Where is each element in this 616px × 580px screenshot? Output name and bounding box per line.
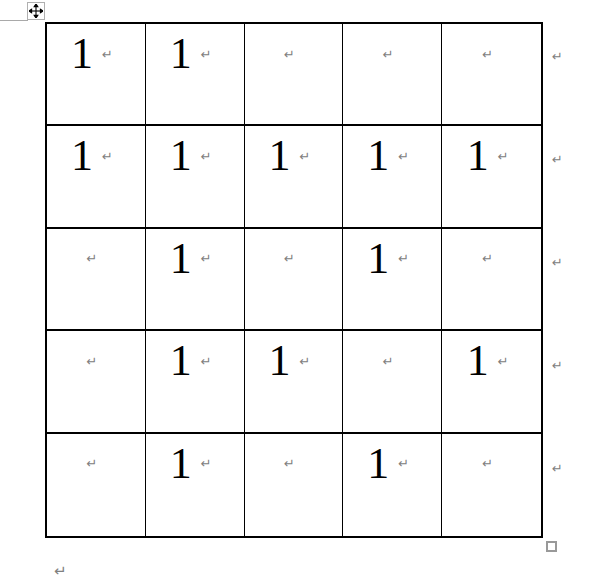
cell-value: 1	[367, 442, 389, 486]
table-resize-handle[interactable]	[546, 541, 557, 552]
end-of-row-mark: ↵	[552, 153, 566, 167]
cell-r5c5[interactable]: ↵	[442, 434, 541, 536]
end-of-cell-mark: ↵	[86, 252, 97, 265]
cell-value: 1	[71, 134, 93, 178]
end-of-cell-mark: ↵	[284, 252, 295, 265]
cell-r2c1[interactable]: 1↵	[47, 126, 146, 228]
cell-r4c2[interactable]: 1↵	[146, 331, 245, 433]
cell-r1c5[interactable]: ↵	[442, 24, 541, 126]
cell-r5c3[interactable]: ↵	[245, 434, 344, 536]
cell-r4c5[interactable]: 1↵	[442, 331, 541, 433]
cell-r4c4[interactable]: ↵	[343, 331, 442, 433]
end-of-cell-mark: ↵	[102, 150, 113, 163]
cell-r4c1[interactable]: ↵	[47, 331, 146, 433]
document-canvas: 1↵ 1↵ ↵ ↵ ↵ 1↵ 1↵ 1↵ 1↵ 1↵ ↵ 1↵ ↵ 1↵ ↵ ↵…	[0, 0, 616, 580]
cell-r1c3[interactable]: ↵	[245, 24, 344, 126]
cell-r3c3[interactable]: ↵	[245, 229, 344, 331]
end-of-row-mark: ↵	[552, 50, 566, 64]
cell-r1c4[interactable]: ↵	[343, 24, 442, 126]
end-of-cell-mark: ↵	[86, 355, 97, 368]
end-of-row-mark: ↵	[552, 359, 566, 373]
cell-r5c1[interactable]: ↵	[47, 434, 146, 536]
cell-r3c5[interactable]: ↵	[442, 229, 541, 331]
cell-r5c2[interactable]: 1↵	[146, 434, 245, 536]
cell-value: 1	[71, 32, 93, 76]
end-of-cell-mark: ↵	[398, 252, 409, 265]
cell-r2c4[interactable]: 1↵	[343, 126, 442, 228]
cell-value: 1	[170, 237, 192, 281]
cell-value: 1	[367, 237, 389, 281]
end-of-cell-mark: ↵	[284, 48, 295, 61]
end-of-cell-mark: ↵	[102, 48, 113, 61]
move-cross-icon	[29, 4, 43, 18]
cell-value: 1	[269, 339, 291, 383]
cell-r2c2[interactable]: 1↵	[146, 126, 245, 228]
end-of-cell-mark: ↵	[300, 355, 311, 368]
cell-value: 1	[269, 134, 291, 178]
cell-value: 1	[170, 442, 192, 486]
cell-value: 1	[170, 32, 192, 76]
end-of-cell-mark: ↵	[201, 457, 212, 470]
end-of-cell-mark: ↵	[498, 355, 509, 368]
cell-r3c2[interactable]: 1↵	[146, 229, 245, 331]
table-move-handle[interactable]	[27, 2, 45, 20]
end-of-cell-mark: ↵	[482, 252, 493, 265]
cell-value: 1	[467, 339, 489, 383]
end-of-cell-mark: ↵	[300, 150, 311, 163]
binary-grid-table: 1↵ 1↵ ↵ ↵ ↵ 1↵ 1↵ 1↵ 1↵ 1↵ ↵ 1↵ ↵ 1↵ ↵ ↵…	[45, 22, 543, 538]
cell-r4c3[interactable]: 1↵	[245, 331, 344, 433]
cell-value: 1	[170, 339, 192, 383]
cell-r2c5[interactable]: 1↵	[442, 126, 541, 228]
end-of-cell-mark: ↵	[201, 355, 212, 368]
end-of-cell-mark: ↵	[86, 457, 97, 470]
cell-r5c4[interactable]: 1↵	[343, 434, 442, 536]
paragraph-mark: ↵	[54, 563, 70, 579]
end-of-cell-mark: ↵	[383, 48, 394, 61]
end-of-cell-mark: ↵	[201, 150, 212, 163]
cell-value: 1	[170, 134, 192, 178]
end-of-cell-mark: ↵	[482, 457, 493, 470]
end-of-row-mark: ↵	[552, 256, 566, 270]
end-of-cell-mark: ↵	[398, 150, 409, 163]
end-of-cell-mark: ↵	[498, 150, 509, 163]
end-of-cell-mark: ↵	[201, 48, 212, 61]
cell-r2c3[interactable]: 1↵	[245, 126, 344, 228]
cell-r3c4[interactable]: 1↵	[343, 229, 442, 331]
cell-r1c1[interactable]: 1↵	[47, 24, 146, 126]
cell-r1c2[interactable]: 1↵	[146, 24, 245, 126]
cell-value: 1	[467, 134, 489, 178]
end-of-cell-mark: ↵	[398, 457, 409, 470]
end-of-cell-mark: ↵	[201, 252, 212, 265]
cell-r3c1[interactable]: ↵	[47, 229, 146, 331]
margin-guide-line	[0, 20, 28, 21]
end-of-cell-mark: ↵	[482, 48, 493, 61]
cell-value: 1	[367, 134, 389, 178]
end-of-cell-mark: ↵	[284, 457, 295, 470]
end-of-cell-mark: ↵	[383, 355, 394, 368]
end-of-row-mark: ↵	[552, 462, 566, 476]
